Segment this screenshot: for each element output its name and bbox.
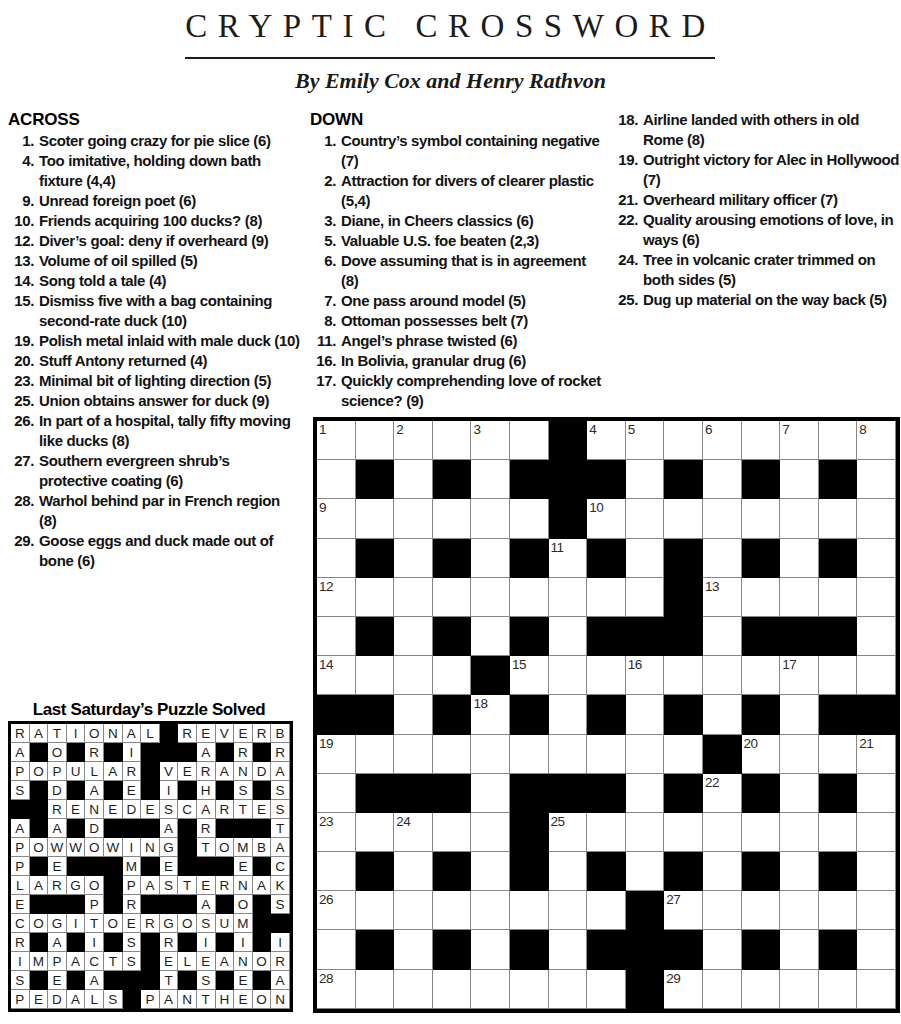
solved-grid-cell: E <box>197 724 216 743</box>
solved-grid-cell: R <box>48 876 67 895</box>
main-grid-cell[interactable] <box>317 852 356 891</box>
main-grid-block <box>742 539 781 578</box>
main-grid-cell[interactable]: 9 <box>317 499 356 538</box>
clue-text: Dug up material on the way back (5) <box>643 291 887 308</box>
main-grid-cell[interactable] <box>857 460 896 499</box>
solved-grid-cell: A <box>30 724 49 743</box>
main-grid-cell[interactable] <box>510 421 549 460</box>
main-grid-cell[interactable] <box>394 617 433 656</box>
down-heading: DOWN <box>310 110 606 130</box>
main-grid-cell[interactable] <box>780 930 819 969</box>
main-grid-block <box>356 774 395 813</box>
main-grid-cell[interactable] <box>549 578 588 617</box>
main-grid-cell[interactable] <box>703 930 742 969</box>
main-grid-cell[interactable] <box>857 617 896 656</box>
main-grid-cell[interactable] <box>780 891 819 930</box>
clue-item: 7.One pass around model (5) <box>310 291 606 311</box>
main-grid-cell[interactable]: 4 <box>587 421 626 460</box>
solved-grid-cell: E <box>123 781 142 800</box>
solved-grid-block <box>30 933 49 952</box>
clue-item: 23.Minimal bit of lighting direction (5) <box>8 371 300 391</box>
main-grid-cell[interactable] <box>433 970 472 1009</box>
main-grid-cell[interactable] <box>703 499 742 538</box>
byline: By Emily Cox and Henry Rathvon <box>0 68 901 94</box>
main-grid-cell[interactable] <box>510 578 549 617</box>
main-grid-cell[interactable] <box>780 774 819 813</box>
main-grid-cell[interactable]: 10 <box>587 499 626 538</box>
solved-grid-cell: T <box>160 971 179 990</box>
solved-grid-cell: R <box>197 762 216 781</box>
main-grid-block <box>433 460 472 499</box>
main-grid-cell[interactable] <box>549 617 588 656</box>
main-grid-cell[interactable] <box>780 695 819 734</box>
solved-grid-cell: R <box>178 724 197 743</box>
clue-text: Valuable U.S. foe beaten (2,3) <box>341 232 539 249</box>
main-grid-cell[interactable] <box>433 735 472 774</box>
main-grid-cell[interactable] <box>356 421 395 460</box>
solved-grid-cell: K <box>271 876 290 895</box>
main-grid-cell[interactable] <box>394 891 433 930</box>
main-grid-cell[interactable] <box>433 656 472 695</box>
main-grid-cell[interactable]: 1 <box>317 421 356 460</box>
main-grid-cell[interactable] <box>317 460 356 499</box>
solved-grid-block <box>253 971 272 990</box>
main-grid-cell[interactable]: 29 <box>664 970 703 1009</box>
clue-number: 14. <box>8 271 34 291</box>
main-grid-cell[interactable]: 26 <box>317 891 356 930</box>
clue-text: Scoter going crazy for pie slice (6) <box>39 132 271 149</box>
clue-number: 28. <box>8 491 34 511</box>
main-grid-cell[interactable] <box>471 891 510 930</box>
solved-grid-cell: P <box>11 990 30 1009</box>
main-grid-cell[interactable] <box>471 539 510 578</box>
main-grid-cell[interactable]: 7 <box>780 421 819 460</box>
solved-grid-cell: O <box>253 952 272 971</box>
cell-number: 21 <box>859 736 873 751</box>
main-grid-cell[interactable] <box>626 813 665 852</box>
clue-number: 24. <box>612 250 638 270</box>
solved-grid-cell: M <box>234 838 253 857</box>
main-grid-cell[interactable] <box>819 421 858 460</box>
main-grid-cell[interactable] <box>356 891 395 930</box>
main-grid-cell[interactable] <box>317 774 356 813</box>
main-grid-cell[interactable] <box>857 930 896 969</box>
main-grid-cell[interactable] <box>510 735 549 774</box>
solved-grid-cell: O <box>85 838 104 857</box>
across-heading: ACROSS <box>8 110 300 130</box>
main-grid-cell[interactable] <box>703 970 742 1009</box>
solved-grid-block <box>141 819 160 838</box>
main-grid-cell[interactable]: 5 <box>626 421 665 460</box>
main-grid-cell[interactable] <box>626 774 665 813</box>
solved-grid-cell: T <box>104 952 123 971</box>
main-grid-cell[interactable] <box>780 970 819 1009</box>
main-grid-cell[interactable] <box>394 460 433 499</box>
main-grid-cell[interactable]: 13 <box>703 578 742 617</box>
main-grid-cell[interactable] <box>857 891 896 930</box>
main-grid-cell[interactable] <box>664 499 703 538</box>
main-grid-cell[interactable] <box>433 813 472 852</box>
clue-number: 6. <box>310 251 336 271</box>
solved-grid-cell: E <box>123 914 142 933</box>
solved-grid-cell: R <box>234 743 253 762</box>
cell-number: 19 <box>319 736 333 751</box>
main-grid-cell[interactable] <box>471 930 510 969</box>
main-grid-cell[interactable] <box>780 499 819 538</box>
main-grid-block <box>356 852 395 891</box>
main-grid-cell[interactable] <box>394 970 433 1009</box>
solved-grid-cell: O <box>85 876 104 895</box>
main-grid-cell[interactable] <box>857 539 896 578</box>
solved-grid-cell: S <box>11 781 30 800</box>
main-grid-cell[interactable] <box>471 578 510 617</box>
solved-grid-cell: P <box>48 952 67 971</box>
solved-grid-cell: E <box>234 724 253 743</box>
main-grid-cell[interactable]: 18 <box>471 695 510 734</box>
cell-number: 8 <box>859 422 866 437</box>
main-grid-cell[interactable]: 20 <box>742 735 781 774</box>
clue-text: Unread foreign poet (6) <box>39 192 196 209</box>
main-grid-cell[interactable] <box>317 930 356 969</box>
main-grid-block <box>356 930 395 969</box>
solved-grid-cell: D <box>48 990 67 1009</box>
main-grid-cell[interactable] <box>819 970 858 1009</box>
solved-grid-cell: E <box>178 762 197 781</box>
cell-number: 15 <box>512 657 526 672</box>
main-grid-cell[interactable] <box>819 813 858 852</box>
main-grid-cell[interactable]: 15 <box>510 656 549 695</box>
main-grid-cell[interactable] <box>780 852 819 891</box>
cell-number: 13 <box>705 579 719 594</box>
main-grid-cell[interactable] <box>703 656 742 695</box>
solved-grid-cell: P <box>123 876 142 895</box>
solved-grid-block <box>67 819 86 838</box>
main-grid-cell[interactable] <box>626 539 665 578</box>
main-grid-block <box>780 617 819 656</box>
main-grid-cell[interactable] <box>819 499 858 538</box>
main-grid-cell[interactable] <box>317 539 356 578</box>
main-grid-cell[interactable] <box>587 813 626 852</box>
main-grid-cell[interactable]: 16 <box>626 656 665 695</box>
main-grid-cell[interactable] <box>857 656 896 695</box>
main-grid-cell[interactable] <box>703 617 742 656</box>
solved-grid-cell: P <box>85 895 104 914</box>
main-grid-cell[interactable] <box>433 421 472 460</box>
main-grid-cell[interactable] <box>510 891 549 930</box>
main-grid-cell[interactable] <box>510 970 549 1009</box>
clue-number: 16. <box>310 351 336 371</box>
solved-grid-block <box>104 857 123 876</box>
main-grid-cell[interactable] <box>780 813 819 852</box>
main-grid-cell[interactable] <box>510 499 549 538</box>
main-grid-cell[interactable] <box>433 578 472 617</box>
solved-grid-cell: R <box>11 724 30 743</box>
main-grid-cell[interactable] <box>356 499 395 538</box>
main-grid-cell[interactable] <box>587 970 626 1009</box>
clue-number: 15. <box>8 291 34 311</box>
clue-number: 3. <box>310 211 336 231</box>
solved-grid-cell: N <box>271 990 290 1009</box>
main-grid-cell[interactable] <box>356 813 395 852</box>
main-grid-cell[interactable] <box>742 499 781 538</box>
main-grid-block <box>664 539 703 578</box>
clue-item: 19.Polish metal inlaid with male duck (1… <box>8 331 300 351</box>
main-grid-cell[interactable]: 6 <box>703 421 742 460</box>
solved-grid-block <box>141 857 160 876</box>
main-grid-block <box>317 695 356 734</box>
solved-grid-cell: O <box>234 895 253 914</box>
main-grid-cell[interactable] <box>703 695 742 734</box>
main-grid-cell[interactable]: 3 <box>471 421 510 460</box>
main-grid-cell[interactable]: 21 <box>857 735 896 774</box>
main-grid-cell[interactable] <box>626 499 665 538</box>
main-grid-cell[interactable] <box>587 578 626 617</box>
main-grid-cell[interactable] <box>819 578 858 617</box>
main-grid-cell[interactable] <box>394 695 433 734</box>
main-grid-cell[interactable] <box>819 735 858 774</box>
main-grid-cell[interactable] <box>394 499 433 538</box>
main-grid-cell[interactable] <box>549 852 588 891</box>
main-grid-cell[interactable] <box>626 735 665 774</box>
main-grid-cell[interactable] <box>394 735 433 774</box>
clue-number: 29. <box>8 531 34 551</box>
main-grid-cell[interactable] <box>703 891 742 930</box>
solved-grid-cell: O <box>30 838 49 857</box>
clue-number: 8. <box>310 311 336 331</box>
main-grid-cell[interactable] <box>471 813 510 852</box>
main-grid-cell[interactable] <box>394 930 433 969</box>
main-grid-block <box>510 930 549 969</box>
solved-grid-cell: A <box>48 819 67 838</box>
solved-grid-cell: C <box>271 857 290 876</box>
solved-grid-cell: A <box>48 933 67 952</box>
solved-grid-cell: E <box>253 800 272 819</box>
main-grid-cell[interactable] <box>626 578 665 617</box>
clue-number: 11. <box>310 331 336 351</box>
main-grid-cell[interactable] <box>471 735 510 774</box>
main-grid-cell[interactable] <box>742 421 781 460</box>
main-grid-block <box>510 617 549 656</box>
main-grid-cell[interactable] <box>433 499 472 538</box>
clue-number: 19. <box>612 150 638 170</box>
main-grid-cell[interactable] <box>664 813 703 852</box>
main-grid-cell[interactable] <box>857 813 896 852</box>
clue-text: Quickly comprehending love of rocket sci… <box>341 372 601 409</box>
main-grid-cell[interactable] <box>471 499 510 538</box>
main-grid-cell[interactable] <box>394 852 433 891</box>
solved-grid-cell: R <box>85 743 104 762</box>
main-grid-cell[interactable] <box>394 578 433 617</box>
clue-text: Diane, in Cheers classics (6) <box>341 212 533 229</box>
cell-number: 14 <box>319 657 333 672</box>
main-grid-cell[interactable] <box>356 970 395 1009</box>
main-grid-block <box>587 852 626 891</box>
clue-text: Polish metal inlaid with male duck (10) <box>39 332 300 349</box>
main-grid-cell[interactable] <box>471 460 510 499</box>
main-grid-block <box>742 460 781 499</box>
solved-grid-cell: B <box>271 724 290 743</box>
solved-grid-block <box>104 895 123 914</box>
main-grid-cell[interactable] <box>664 735 703 774</box>
main-grid-cell[interactable]: 8 <box>857 421 896 460</box>
main-grid-cell[interactable] <box>471 774 510 813</box>
main-grid-cell[interactable] <box>857 852 896 891</box>
clue-number: 23. <box>8 371 34 391</box>
main-grid-cell[interactable] <box>549 656 588 695</box>
main-grid-cell[interactable]: 24 <box>394 813 433 852</box>
clue-text: Union obtains answer for duck (9) <box>39 392 269 409</box>
solved-grid-cell: O <box>178 914 197 933</box>
main-grid-cell[interactable]: 19 <box>317 735 356 774</box>
solved-grid-cell: I <box>11 952 30 971</box>
solved-grid-cell: S <box>271 895 290 914</box>
down-clues-column-2: 18.Airline landed with others in old Rom… <box>612 110 901 310</box>
main-grid-cell[interactable] <box>742 891 781 930</box>
solved-grid-cell: E <box>197 952 216 971</box>
solved-grid-cell: E <box>67 800 86 819</box>
main-grid-cell[interactable] <box>742 970 781 1009</box>
main-grid-cell[interactable] <box>703 813 742 852</box>
solved-grid-block <box>253 781 272 800</box>
main-grid-block <box>510 813 549 852</box>
solved-grid-cell: P <box>11 838 30 857</box>
solved-grid-block <box>104 876 123 895</box>
main-grid-cell[interactable] <box>742 656 781 695</box>
main-grid-cell[interactable]: 25 <box>549 813 588 852</box>
clue-text: Tree in volcanic crater trimmed on both … <box>643 251 875 288</box>
main-grid-block <box>742 617 781 656</box>
main-grid-block <box>433 539 472 578</box>
solved-grid-block <box>67 781 86 800</box>
solved-grid-cell: G <box>48 914 67 933</box>
main-grid-block <box>626 617 665 656</box>
main-grid-cell[interactable] <box>587 891 626 930</box>
solved-grid-block <box>178 895 197 914</box>
main-grid-cell[interactable] <box>857 499 896 538</box>
main-grid-cell[interactable] <box>742 813 781 852</box>
main-grid-cell[interactable] <box>857 774 896 813</box>
cell-number: 6 <box>705 422 712 437</box>
clue-number: 27. <box>8 451 34 471</box>
solved-grid-block <box>30 819 49 838</box>
solved-grid-cell: R <box>216 876 235 895</box>
main-grid-cell[interactable] <box>587 656 626 695</box>
solved-grid-cell: A <box>30 876 49 895</box>
main-grid-cell[interactable] <box>626 695 665 734</box>
solved-grid-cell: E <box>104 800 123 819</box>
solved-grid-block <box>253 819 272 838</box>
main-grid-cell[interactable] <box>819 656 858 695</box>
solved-grid-cell: S <box>123 933 142 952</box>
solved-grid-block <box>216 971 235 990</box>
main-grid-cell[interactable] <box>471 852 510 891</box>
cell-number: 7 <box>782 422 789 437</box>
main-grid-cell[interactable] <box>356 578 395 617</box>
main-grid-cell[interactable] <box>819 891 858 930</box>
solved-grid-cell: E <box>197 876 216 895</box>
cell-number: 3 <box>473 422 480 437</box>
clue-number: 20. <box>8 351 34 371</box>
solved-grid-cell: I <box>85 933 104 952</box>
cell-number: 16 <box>628 657 642 672</box>
main-grid-cell[interactable] <box>742 578 781 617</box>
main-grid-block <box>356 460 395 499</box>
main-grid-cell[interactable] <box>664 656 703 695</box>
main-grid-cell[interactable] <box>317 617 356 656</box>
main-grid-cell[interactable] <box>394 656 433 695</box>
main-grid-cell[interactable]: 12 <box>317 578 356 617</box>
main-grid-cell[interactable]: 22 <box>703 774 742 813</box>
cell-number: 24 <box>396 814 410 829</box>
main-grid-cell[interactable] <box>356 735 395 774</box>
main-grid-cell[interactable] <box>780 735 819 774</box>
main-grid-cell[interactable] <box>780 460 819 499</box>
solved-grid-cell: W <box>104 838 123 857</box>
main-grid-cell[interactable] <box>356 656 395 695</box>
solved-grid-block <box>160 724 179 743</box>
clue-item: 15.Dismiss five with a bag containing se… <box>8 291 300 331</box>
solved-grid-cell: R <box>271 952 290 971</box>
main-grid-cell[interactable] <box>703 852 742 891</box>
main-grid-cell[interactable] <box>780 578 819 617</box>
main-grid-cell[interactable]: 11 <box>549 539 588 578</box>
main-grid-cell[interactable] <box>549 970 588 1009</box>
main-grid-cell[interactable]: 17 <box>780 656 819 695</box>
main-grid-cell[interactable] <box>394 539 433 578</box>
main-grid-cell[interactable] <box>433 891 472 930</box>
main-grid-block <box>626 970 665 1009</box>
main-grid-cell[interactable] <box>857 970 896 1009</box>
solved-grid-cell: E <box>234 971 253 990</box>
main-grid-block <box>587 617 626 656</box>
main-grid-cell[interactable] <box>857 578 896 617</box>
main-grid-cell[interactable]: 27 <box>664 891 703 930</box>
main-grid-cell[interactable] <box>703 460 742 499</box>
solved-grid-cell: T <box>197 990 216 1009</box>
main-grid-cell[interactable] <box>703 539 742 578</box>
solved-grid-cell: I <box>234 933 253 952</box>
main-grid-cell[interactable] <box>471 617 510 656</box>
clue-item: 16.In Bolivia, granular drug (6) <box>310 351 606 371</box>
solved-grid-cell: G <box>160 838 179 857</box>
solved-grid-cell: I <box>123 838 142 857</box>
main-grid-cell[interactable] <box>549 735 588 774</box>
main-grid-cell[interactable]: 23 <box>317 813 356 852</box>
cell-number: 23 <box>319 814 333 829</box>
main-grid-block <box>626 930 665 969</box>
main-grid-cell[interactable] <box>587 735 626 774</box>
main-grid-cell[interactable] <box>780 539 819 578</box>
main-grid-cell[interactable] <box>664 421 703 460</box>
clue-text: Too imitative, holding down bath fixture… <box>39 152 261 189</box>
solved-grid-block <box>67 857 86 876</box>
main-grid-cell[interactable]: 28 <box>317 970 356 1009</box>
clue-text: In part of a hospital, tally fifty movin… <box>39 412 291 449</box>
main-grid-cell[interactable] <box>626 852 665 891</box>
main-grid-block <box>819 539 858 578</box>
clue-item: 28.Warhol behind par in French region (8… <box>8 491 300 531</box>
main-grid-cell[interactable] <box>549 891 588 930</box>
main-grid-cell[interactable] <box>549 930 588 969</box>
solved-grid-cell: R <box>11 933 30 952</box>
main-grid-cell[interactable] <box>471 970 510 1009</box>
main-grid-cell[interactable]: 14 <box>317 656 356 695</box>
main-grid-cell[interactable] <box>626 460 665 499</box>
clue-text: One pass around model (5) <box>341 292 526 309</box>
main-grid-cell[interactable]: 2 <box>394 421 433 460</box>
main-grid-cell[interactable] <box>549 695 588 734</box>
cell-number: 27 <box>666 892 680 907</box>
